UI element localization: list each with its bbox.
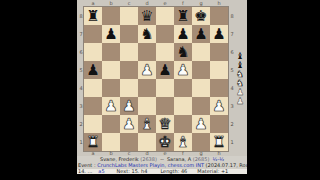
square-f6: ♞ [174, 43, 192, 61]
black-pawn-icon: ♟ [176, 25, 189, 43]
event-label: Event : [78, 162, 97, 168]
square-c5 [120, 61, 138, 79]
square-f3 [174, 97, 192, 115]
square-b2 [102, 115, 120, 133]
caption-area: Svane, Frederik (2638) -- Sarana, A (268… [77, 156, 247, 172]
letterbox-left [0, 0, 77, 180]
move-number: 14. ... [78, 169, 92, 174]
square-g1 [192, 133, 210, 151]
event-details: (2024.07.17, Round 9) [204, 162, 247, 168]
white-pawn-icon: ♟ [194, 115, 207, 133]
square-e2: ♛ [156, 115, 174, 133]
black-queen-icon: ♛ [140, 7, 153, 25]
square-c4 [120, 79, 138, 97]
video-frame: abcdefgh 87654321 ♜♛♜♚♟♞♟♟♟♞♟♟♟♟♟♟♟♟♝♛♟♜… [0, 0, 320, 180]
white-king-icon: ♚ [158, 133, 171, 151]
square-d2: ♝ [138, 115, 156, 133]
square-b6 [102, 43, 120, 61]
square-d8: ♛ [138, 7, 156, 25]
captured-pieces-tray: ♝♝♞♞♟♟ [234, 52, 246, 106]
square-f2 [174, 115, 192, 133]
square-a4 [84, 79, 102, 97]
square-g4 [192, 79, 210, 97]
square-a7 [84, 25, 102, 43]
square-g5 [192, 61, 210, 79]
black-pawn-icon: ♟ [104, 25, 117, 43]
black-king-icon: ♚ [194, 7, 207, 25]
square-a2 [84, 115, 102, 133]
square-g7: ♟ [192, 25, 210, 43]
letterbox-right [247, 0, 320, 180]
square-h2 [210, 115, 228, 133]
material-balance: Material: +1 [197, 169, 228, 174]
move-san: a5 [98, 169, 104, 174]
rank-label-8: 8 [229, 7, 235, 25]
white-pawn-icon: ♟ [212, 97, 225, 115]
square-c8 [120, 7, 138, 25]
square-b4 [102, 79, 120, 97]
square-d4 [138, 79, 156, 97]
square-e4 [156, 79, 174, 97]
black-pawn-icon: ♟ [158, 61, 171, 79]
square-b5 [102, 61, 120, 79]
square-g6 [192, 43, 210, 61]
square-c1 [120, 133, 138, 151]
square-c3: ♟ [120, 97, 138, 115]
square-g3 [192, 97, 210, 115]
square-h8 [210, 7, 228, 25]
rank-label-2: 2 [229, 115, 235, 133]
square-e1: ♚ [156, 133, 174, 151]
white-rook-icon: ♜ [86, 133, 99, 151]
white-pawn-icon: ♟ [122, 97, 135, 115]
square-c2: ♟ [120, 115, 138, 133]
square-a5: ♟ [84, 61, 102, 79]
white-pawn-icon: ♟ [176, 61, 189, 79]
square-h3: ♟ [210, 97, 228, 115]
square-d6 [138, 43, 156, 61]
square-h6 [210, 43, 228, 61]
move-info-line: 14. ... a5 Next: 15. h4 Length: 46 Mater… [77, 169, 247, 174]
square-e7 [156, 25, 174, 43]
square-g2: ♟ [192, 115, 210, 133]
square-a3 [84, 97, 102, 115]
white-queen-icon: ♛ [158, 115, 171, 133]
next-move: Next: 15. h4 [117, 169, 148, 174]
chess-board: ♜♛♜♚♟♞♟♟♟♞♟♟♟♟♟♟♟♟♝♛♟♜♚♝♜ [84, 7, 228, 151]
square-b7: ♟ [102, 25, 120, 43]
chess-diagram: abcdefgh 87654321 ♜♛♜♚♟♞♟♟♟♞♟♟♟♟♟♟♟♟♝♛♟♜… [77, 0, 247, 172]
white-rook-icon: ♜ [212, 133, 225, 151]
square-d1 [138, 133, 156, 151]
black-rook-icon: ♜ [176, 7, 189, 25]
square-b3: ♟ [102, 97, 120, 115]
white-pawn-icon: ♟ [140, 61, 153, 79]
white-bishop-icon: ♝ [176, 133, 189, 151]
square-d3 [138, 97, 156, 115]
black-pawn-icon: ♟ [86, 61, 99, 79]
white-pawn-icon: ♟ [104, 97, 117, 115]
black-knight-icon: ♞ [176, 43, 189, 61]
square-h7: ♟ [210, 25, 228, 43]
white-bishop-icon: ♝ [140, 115, 153, 133]
square-e3 [156, 97, 174, 115]
square-f8: ♜ [174, 7, 192, 25]
square-f7: ♟ [174, 25, 192, 43]
square-e8 [156, 7, 174, 25]
square-e6 [156, 43, 174, 61]
white-pawn-icon: ♟ [122, 115, 135, 133]
square-h1: ♜ [210, 133, 228, 151]
square-c7 [120, 25, 138, 43]
square-f5: ♟ [174, 61, 192, 79]
square-a8: ♜ [84, 7, 102, 25]
square-f1: ♝ [174, 133, 192, 151]
black-pawn-icon: ♟ [194, 25, 207, 43]
black-pawn-icon: ♟ [212, 25, 225, 43]
rank-label-7: 7 [229, 25, 235, 43]
square-h5 [210, 61, 228, 79]
game-length: Length: 46 [160, 169, 187, 174]
rank-label-1: 1 [229, 133, 235, 151]
square-f4 [174, 79, 192, 97]
square-a1: ♜ [84, 133, 102, 151]
black-knight-icon: ♞ [140, 25, 153, 43]
square-b1 [102, 133, 120, 151]
square-d5: ♟ [138, 61, 156, 79]
square-a6 [84, 43, 102, 61]
square-c6 [120, 43, 138, 61]
event-link[interactable]: CrunchLabs Masters Playin, chess.com INT [97, 162, 204, 168]
square-d7: ♞ [138, 25, 156, 43]
square-b8 [102, 7, 120, 25]
square-g8: ♚ [192, 7, 210, 25]
black-rook-icon: ♜ [86, 7, 99, 25]
square-e5: ♟ [156, 61, 174, 79]
square-h4 [210, 79, 228, 97]
captured-white-pawn-icon: ♟ [236, 97, 244, 106]
event-line: Event : CrunchLabs Masters Playin, chess… [77, 162, 247, 168]
